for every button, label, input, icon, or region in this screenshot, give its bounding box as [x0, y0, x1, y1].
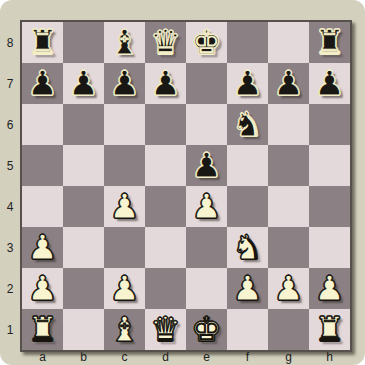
piece-black-bishop[interactable]: ♝ [109, 25, 139, 59]
square-a1[interactable]: ♜ [22, 309, 63, 350]
piece-white-knight[interactable]: ♞ [232, 230, 262, 264]
piece-black-pawn[interactable]: ♟ [273, 66, 303, 100]
file-label-e: e [186, 348, 227, 365]
square-g3[interactable] [268, 227, 309, 268]
rank-label-8: 8 [0, 22, 20, 63]
square-b1[interactable] [63, 309, 104, 350]
piece-black-rook[interactable]: ♜ [27, 25, 57, 59]
piece-white-rook[interactable]: ♜ [314, 312, 344, 346]
square-c1[interactable]: ♝ [104, 309, 145, 350]
square-a5[interactable] [22, 145, 63, 186]
square-g6[interactable] [268, 104, 309, 145]
piece-black-king[interactable]: ♚ [191, 25, 221, 59]
square-f8[interactable] [227, 22, 268, 63]
file-label-f: f [227, 348, 268, 365]
file-label-b: b [63, 348, 104, 365]
file-label-c: c [104, 348, 145, 365]
square-h7[interactable]: ♟ [309, 63, 350, 104]
piece-white-queen[interactable]: ♛ [150, 312, 180, 346]
piece-black-knight[interactable]: ♞ [232, 107, 262, 141]
square-a2[interactable]: ♟ [22, 268, 63, 309]
square-f2[interactable]: ♟ [227, 268, 268, 309]
square-c3[interactable] [104, 227, 145, 268]
rank-label-6: 6 [0, 104, 20, 145]
square-g4[interactable] [268, 186, 309, 227]
file-label-h: h [309, 348, 350, 365]
square-g1[interactable] [268, 309, 309, 350]
square-b8[interactable] [63, 22, 104, 63]
piece-white-pawn[interactable]: ♟ [314, 271, 344, 305]
square-a8[interactable]: ♜ [22, 22, 63, 63]
square-g2[interactable]: ♟ [268, 268, 309, 309]
square-c4[interactable]: ♟ [104, 186, 145, 227]
square-d6[interactable] [145, 104, 186, 145]
file-label-g: g [268, 348, 309, 365]
square-g8[interactable] [268, 22, 309, 63]
square-e4[interactable]: ♟ [186, 186, 227, 227]
square-a6[interactable] [22, 104, 63, 145]
square-e1[interactable]: ♚ [186, 309, 227, 350]
piece-black-pawn[interactable]: ♟ [150, 66, 180, 100]
square-b6[interactable] [63, 104, 104, 145]
square-d2[interactable] [145, 268, 186, 309]
chess-board-panel: 87654321 ♜♝♛♚♜♟♟♟♟♟♟♟♞♟♟♟♟♞♟♟♟♟♟♜♝♛♚♜ ab… [0, 0, 365, 365]
square-b7[interactable]: ♟ [63, 63, 104, 104]
square-d8[interactable]: ♛ [145, 22, 186, 63]
piece-black-pawn[interactable]: ♟ [68, 66, 98, 100]
rank-label-4: 4 [0, 186, 20, 227]
rank-label-5: 5 [0, 145, 20, 186]
piece-black-queen[interactable]: ♛ [150, 25, 180, 59]
rank-labels: 87654321 [0, 22, 20, 350]
piece-black-pawn[interactable]: ♟ [191, 148, 221, 182]
square-f4[interactable] [227, 186, 268, 227]
piece-black-pawn[interactable]: ♟ [109, 66, 139, 100]
square-b2[interactable] [63, 268, 104, 309]
chess-board: ♜♝♛♚♜♟♟♟♟♟♟♟♞♟♟♟♟♞♟♟♟♟♟♜♝♛♚♜ [20, 20, 352, 352]
square-f6[interactable]: ♞ [227, 104, 268, 145]
rank-label-2: 2 [0, 268, 20, 309]
square-d1[interactable]: ♛ [145, 309, 186, 350]
square-d4[interactable] [145, 186, 186, 227]
square-h2[interactable]: ♟ [309, 268, 350, 309]
square-d5[interactable] [145, 145, 186, 186]
piece-white-pawn[interactable]: ♟ [191, 189, 221, 223]
piece-white-pawn[interactable]: ♟ [109, 189, 139, 223]
rank-label-7: 7 [0, 63, 20, 104]
square-f5[interactable] [227, 145, 268, 186]
square-h3[interactable] [309, 227, 350, 268]
piece-white-bishop[interactable]: ♝ [109, 312, 139, 346]
piece-white-pawn[interactable]: ♟ [273, 271, 303, 305]
square-e8[interactable]: ♚ [186, 22, 227, 63]
square-b3[interactable] [63, 227, 104, 268]
rank-label-3: 3 [0, 227, 20, 268]
square-a3[interactable]: ♟ [22, 227, 63, 268]
screenshot: 87654321 ♜♝♛♚♜♟♟♟♟♟♟♟♞♟♟♟♟♞♟♟♟♟♟♜♝♛♚♜ ab… [0, 0, 365, 365]
rank-label-1: 1 [0, 309, 20, 350]
piece-white-pawn[interactable]: ♟ [27, 230, 57, 264]
square-e7[interactable] [186, 63, 227, 104]
piece-white-rook[interactable]: ♜ [27, 312, 57, 346]
square-h5[interactable] [309, 145, 350, 186]
square-b5[interactable] [63, 145, 104, 186]
square-a7[interactable]: ♟ [22, 63, 63, 104]
piece-white-pawn[interactable]: ♟ [109, 271, 139, 305]
square-d7[interactable]: ♟ [145, 63, 186, 104]
square-e3[interactable] [186, 227, 227, 268]
file-labels: abcdefgh [22, 348, 350, 365]
piece-black-pawn[interactable]: ♟ [27, 66, 57, 100]
file-label-d: d [145, 348, 186, 365]
square-e5[interactable]: ♟ [186, 145, 227, 186]
piece-black-pawn[interactable]: ♟ [314, 66, 344, 100]
square-c8[interactable]: ♝ [104, 22, 145, 63]
square-d3[interactable] [145, 227, 186, 268]
square-b4[interactable] [63, 186, 104, 227]
square-c6[interactable] [104, 104, 145, 145]
square-c2[interactable]: ♟ [104, 268, 145, 309]
square-a4[interactable] [22, 186, 63, 227]
square-c5[interactable] [104, 145, 145, 186]
piece-white-king[interactable]: ♚ [191, 312, 221, 346]
square-f7[interactable]: ♟ [227, 63, 268, 104]
square-h4[interactable] [309, 186, 350, 227]
square-h8[interactable]: ♜ [309, 22, 350, 63]
piece-black-rook[interactable]: ♜ [314, 25, 344, 59]
square-e6[interactable] [186, 104, 227, 145]
square-h1[interactable]: ♜ [309, 309, 350, 350]
piece-black-pawn[interactable]: ♟ [232, 66, 262, 100]
piece-white-pawn[interactable]: ♟ [27, 271, 57, 305]
square-g5[interactable] [268, 145, 309, 186]
square-f3[interactable]: ♞ [227, 227, 268, 268]
square-f1[interactable] [227, 309, 268, 350]
square-e2[interactable] [186, 268, 227, 309]
file-label-a: a [22, 348, 63, 365]
piece-white-pawn[interactable]: ♟ [232, 271, 262, 305]
square-c7[interactable]: ♟ [104, 63, 145, 104]
square-g7[interactable]: ♟ [268, 63, 309, 104]
square-h6[interactable] [309, 104, 350, 145]
